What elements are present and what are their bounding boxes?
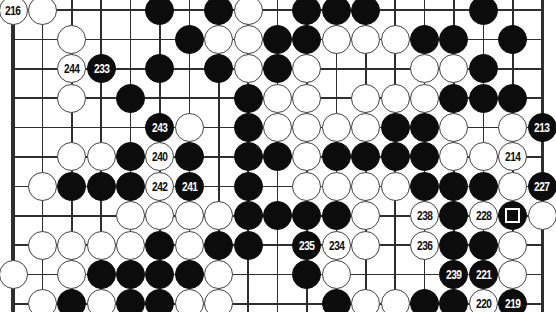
- board-point[interactable]: [0, 289, 28, 312]
- white-stone[interactable]: [204, 289, 233, 312]
- black-stone[interactable]: [263, 54, 292, 83]
- board-point[interactable]: [380, 142, 409, 171]
- white-stone[interactable]: [351, 231, 380, 260]
- board-point[interactable]: [292, 113, 321, 142]
- white-stone[interactable]: [351, 201, 380, 230]
- black-stone[interactable]: [439, 201, 468, 230]
- board-point[interactable]: [175, 83, 204, 112]
- white-stone[interactable]: [528, 201, 556, 230]
- board-point[interactable]: [116, 142, 145, 171]
- white-stone[interactable]: [351, 172, 380, 201]
- board-point[interactable]: [410, 289, 439, 312]
- board-point[interactable]: [439, 0, 468, 25]
- white-stone[interactable]: [57, 25, 86, 54]
- black-stone[interactable]: [87, 172, 116, 201]
- board-point[interactable]: [322, 0, 351, 25]
- white-stone[interactable]: [498, 172, 527, 201]
- white-stone[interactable]: 244: [57, 54, 86, 83]
- board-point[interactable]: [28, 230, 57, 259]
- board-point[interactable]: [380, 25, 409, 54]
- board-point[interactable]: [498, 25, 527, 54]
- board-point[interactable]: [86, 113, 115, 142]
- board-point[interactable]: 221: [469, 260, 498, 289]
- board-point[interactable]: [57, 83, 86, 112]
- board-point[interactable]: [116, 113, 145, 142]
- white-stone[interactable]: [322, 172, 351, 201]
- white-stone[interactable]: [351, 113, 380, 142]
- board-point[interactable]: [380, 0, 409, 25]
- board-point[interactable]: [204, 289, 233, 312]
- black-stone[interactable]: 213: [528, 113, 556, 142]
- board-point[interactable]: [0, 230, 28, 259]
- black-stone[interactable]: [116, 84, 145, 113]
- black-stone[interactable]: [410, 172, 439, 201]
- board-point[interactable]: [322, 113, 351, 142]
- black-stone[interactable]: [204, 54, 233, 83]
- black-stone[interactable]: [469, 0, 498, 25]
- board-point[interactable]: [86, 142, 115, 171]
- board-point[interactable]: [410, 83, 439, 112]
- white-stone[interactable]: [498, 113, 527, 142]
- board-point[interactable]: [498, 172, 527, 201]
- white-stone[interactable]: [57, 231, 86, 260]
- white-stone[interactable]: [87, 231, 116, 260]
- board-point[interactable]: [116, 201, 145, 230]
- board-point[interactable]: [86, 83, 115, 112]
- board-point[interactable]: [527, 201, 556, 230]
- board-point[interactable]: 220: [469, 289, 498, 312]
- board-point[interactable]: [204, 0, 233, 25]
- board-point[interactable]: [292, 289, 321, 312]
- board-point[interactable]: [439, 142, 468, 171]
- black-stone[interactable]: [410, 142, 439, 171]
- board-point[interactable]: [204, 172, 233, 201]
- black-stone[interactable]: [263, 142, 292, 171]
- white-stone[interactable]: [116, 231, 145, 260]
- white-stone[interactable]: 234: [322, 231, 351, 260]
- black-stone[interactable]: [87, 260, 116, 289]
- board-point[interactable]: [322, 25, 351, 54]
- board-point[interactable]: [175, 0, 204, 25]
- board-point[interactable]: [86, 25, 115, 54]
- board-point[interactable]: [0, 83, 28, 112]
- board-point[interactable]: [145, 260, 174, 289]
- board-point[interactable]: [233, 83, 262, 112]
- board-point[interactable]: [380, 289, 409, 312]
- board-point[interactable]: [233, 25, 262, 54]
- black-stone[interactable]: [116, 260, 145, 289]
- board-point[interactable]: [469, 113, 498, 142]
- board-point[interactable]: [86, 230, 115, 259]
- white-stone[interactable]: [0, 260, 28, 289]
- white-stone[interactable]: [381, 84, 410, 113]
- board-point[interactable]: [469, 172, 498, 201]
- board-point[interactable]: [0, 54, 28, 83]
- board-point[interactable]: [57, 25, 86, 54]
- white-stone[interactable]: 214: [498, 142, 527, 171]
- black-stone[interactable]: [292, 25, 321, 54]
- board-point[interactable]: [0, 25, 28, 54]
- board-point[interactable]: [469, 25, 498, 54]
- black-stone[interactable]: [498, 84, 527, 113]
- black-stone[interactable]: [469, 54, 498, 83]
- board-point[interactable]: [292, 83, 321, 112]
- board-point[interactable]: [116, 172, 145, 201]
- board-point[interactable]: [498, 201, 527, 230]
- board-point[interactable]: [28, 289, 57, 312]
- black-stone[interactable]: [204, 0, 233, 25]
- board-point[interactable]: [351, 172, 380, 201]
- board-point[interactable]: [498, 260, 527, 289]
- board-point[interactable]: [322, 54, 351, 83]
- white-stone[interactable]: [234, 54, 263, 83]
- white-stone[interactable]: 236: [410, 231, 439, 260]
- board-point[interactable]: 241: [175, 172, 204, 201]
- white-stone[interactable]: [57, 142, 86, 171]
- board-point[interactable]: [86, 0, 115, 25]
- board-point[interactable]: [292, 172, 321, 201]
- board-point[interactable]: [410, 172, 439, 201]
- black-stone[interactable]: [57, 172, 86, 201]
- board-point[interactable]: [116, 260, 145, 289]
- board-point[interactable]: [439, 172, 468, 201]
- black-stone[interactable]: [57, 289, 86, 312]
- black-stone[interactable]: [469, 231, 498, 260]
- board-point[interactable]: [116, 83, 145, 112]
- white-stone[interactable]: [292, 54, 321, 83]
- board-point[interactable]: 238: [410, 201, 439, 230]
- board-point[interactable]: [322, 201, 351, 230]
- board-point[interactable]: [116, 0, 145, 25]
- board-point[interactable]: [57, 172, 86, 201]
- board-point[interactable]: [204, 230, 233, 259]
- board-point[interactable]: 239: [439, 260, 468, 289]
- white-stone[interactable]: [292, 113, 321, 142]
- black-stone[interactable]: [351, 0, 380, 25]
- board-point[interactable]: [57, 142, 86, 171]
- white-stone[interactable]: [204, 25, 233, 54]
- board-point[interactable]: [175, 289, 204, 312]
- board-point[interactable]: [175, 142, 204, 171]
- black-stone[interactable]: [410, 25, 439, 54]
- black-stone[interactable]: [292, 0, 321, 25]
- black-stone[interactable]: [234, 172, 263, 201]
- black-stone[interactable]: [116, 172, 145, 201]
- white-stone[interactable]: [439, 54, 468, 83]
- board-point[interactable]: [380, 260, 409, 289]
- board-point[interactable]: [263, 289, 292, 312]
- board-point[interactable]: [57, 0, 86, 25]
- black-stone[interactable]: 227: [528, 172, 556, 201]
- board-point[interactable]: [527, 83, 556, 112]
- board-point[interactable]: [292, 54, 321, 83]
- board-point[interactable]: [292, 260, 321, 289]
- black-stone[interactable]: [322, 142, 351, 171]
- black-stone[interactable]: [175, 142, 204, 171]
- board-point[interactable]: [116, 289, 145, 312]
- board-point[interactable]: [175, 260, 204, 289]
- board-point[interactable]: [351, 289, 380, 312]
- board-point[interactable]: [86, 201, 115, 230]
- board-point[interactable]: [86, 172, 115, 201]
- board-point[interactable]: [57, 201, 86, 230]
- board-point[interactable]: 235: [292, 230, 321, 259]
- board-point[interactable]: [233, 113, 262, 142]
- board-point[interactable]: [380, 83, 409, 112]
- board-point[interactable]: [57, 230, 86, 259]
- black-stone[interactable]: 219: [498, 289, 527, 312]
- black-stone[interactable]: [351, 142, 380, 171]
- board-point[interactable]: [204, 25, 233, 54]
- black-stone[interactable]: [234, 231, 263, 260]
- board-point[interactable]: [351, 201, 380, 230]
- white-stone[interactable]: [28, 172, 57, 201]
- board-point[interactable]: [175, 54, 204, 83]
- board-point[interactable]: [204, 83, 233, 112]
- white-stone[interactable]: [87, 289, 116, 312]
- black-stone[interactable]: [116, 142, 145, 171]
- board-point[interactable]: [439, 113, 468, 142]
- board-point[interactable]: 236: [410, 230, 439, 259]
- board-point[interactable]: [322, 289, 351, 312]
- board-point[interactable]: [145, 0, 174, 25]
- black-stone[interactable]: [145, 54, 174, 83]
- board-point[interactable]: [410, 0, 439, 25]
- board-point[interactable]: [263, 113, 292, 142]
- board-point[interactable]: [410, 260, 439, 289]
- board-point[interactable]: [439, 230, 468, 259]
- board-point[interactable]: [263, 142, 292, 171]
- white-stone[interactable]: [498, 231, 527, 260]
- board-point[interactable]: [498, 113, 527, 142]
- board-point[interactable]: [527, 54, 556, 83]
- white-stone[interactable]: 238: [410, 201, 439, 230]
- black-stone[interactable]: [292, 260, 321, 289]
- white-stone[interactable]: [322, 25, 351, 54]
- board-point[interactable]: 219: [498, 289, 527, 312]
- black-stone[interactable]: [234, 201, 263, 230]
- black-stone[interactable]: [145, 289, 174, 312]
- white-stone[interactable]: [57, 260, 86, 289]
- board-point[interactable]: 242: [145, 172, 174, 201]
- board-point[interactable]: [527, 0, 556, 25]
- board-point[interactable]: [263, 0, 292, 25]
- board-point[interactable]: [145, 230, 174, 259]
- board-point[interactable]: [351, 260, 380, 289]
- board-point[interactable]: [263, 83, 292, 112]
- white-stone[interactable]: [175, 201, 204, 230]
- board-point[interactable]: [28, 113, 57, 142]
- board-point[interactable]: [175, 230, 204, 259]
- board-point[interactable]: [175, 113, 204, 142]
- black-stone[interactable]: 241: [175, 172, 204, 201]
- white-stone[interactable]: [351, 25, 380, 54]
- black-stone[interactable]: [410, 289, 439, 312]
- board-point[interactable]: [263, 54, 292, 83]
- board-point[interactable]: 228: [469, 201, 498, 230]
- board-point[interactable]: [322, 83, 351, 112]
- board-point[interactable]: [527, 25, 556, 54]
- board-point[interactable]: 213: [527, 113, 556, 142]
- black-stone[interactable]: [145, 231, 174, 260]
- board-point[interactable]: [57, 289, 86, 312]
- board-point[interactable]: 243: [145, 113, 174, 142]
- black-stone[interactable]: [175, 25, 204, 54]
- white-stone[interactable]: [263, 113, 292, 142]
- black-stone[interactable]: 243: [145, 113, 174, 142]
- board-point[interactable]: [351, 0, 380, 25]
- board-point[interactable]: [204, 142, 233, 171]
- white-stone[interactable]: 220: [469, 289, 498, 312]
- black-stone[interactable]: [439, 25, 468, 54]
- board-point[interactable]: [145, 25, 174, 54]
- board-point[interactable]: [410, 25, 439, 54]
- board-point[interactable]: [57, 113, 86, 142]
- white-stone[interactable]: [322, 113, 351, 142]
- board-point[interactable]: [0, 201, 28, 230]
- white-stone[interactable]: [28, 289, 57, 312]
- board-point[interactable]: [527, 260, 556, 289]
- white-stone[interactable]: [87, 142, 116, 171]
- board-point[interactable]: [116, 25, 145, 54]
- board-point[interactable]: [28, 0, 57, 25]
- board-point[interactable]: [380, 54, 409, 83]
- black-stone[interactable]: [263, 25, 292, 54]
- black-stone[interactable]: [439, 289, 468, 312]
- white-stone[interactable]: [175, 113, 204, 142]
- black-stone[interactable]: [410, 113, 439, 142]
- white-stone[interactable]: [145, 201, 174, 230]
- board-point[interactable]: [86, 260, 115, 289]
- white-stone[interactable]: [439, 113, 468, 142]
- board-point[interactable]: [116, 54, 145, 83]
- board-point[interactable]: [204, 201, 233, 230]
- white-stone[interactable]: [263, 84, 292, 113]
- black-stone[interactable]: 233: [87, 54, 116, 83]
- white-stone[interactable]: [292, 84, 321, 113]
- white-stone[interactable]: [410, 84, 439, 113]
- board-point[interactable]: [351, 230, 380, 259]
- board-point[interactable]: [380, 201, 409, 230]
- black-stone[interactable]: [381, 142, 410, 171]
- board-point[interactable]: [292, 0, 321, 25]
- white-stone[interactable]: [381, 25, 410, 54]
- white-stone[interactable]: [322, 260, 351, 289]
- black-stone[interactable]: [439, 172, 468, 201]
- black-stone[interactable]: [439, 231, 468, 260]
- board-point[interactable]: [322, 142, 351, 171]
- board-point[interactable]: [57, 260, 86, 289]
- board-point[interactable]: [439, 201, 468, 230]
- board-point[interactable]: 244: [57, 54, 86, 83]
- white-stone[interactable]: [292, 142, 321, 171]
- white-stone[interactable]: [351, 84, 380, 113]
- white-stone[interactable]: [204, 201, 233, 230]
- board-point[interactable]: [351, 54, 380, 83]
- board-point[interactable]: [233, 0, 262, 25]
- board-point[interactable]: 214: [498, 142, 527, 171]
- board-point[interactable]: [263, 230, 292, 259]
- board-point[interactable]: [469, 230, 498, 259]
- board-point[interactable]: [175, 25, 204, 54]
- white-stone[interactable]: [381, 172, 410, 201]
- board-point[interactable]: 233: [86, 54, 115, 83]
- board-point[interactable]: [145, 289, 174, 312]
- board-point[interactable]: 216: [0, 0, 28, 25]
- board-point[interactable]: [28, 25, 57, 54]
- board-point[interactable]: [0, 172, 28, 201]
- board-point[interactable]: [527, 230, 556, 259]
- board-point[interactable]: [28, 54, 57, 83]
- black-stone[interactable]: [439, 84, 468, 113]
- board-point[interactable]: [145, 54, 174, 83]
- board-point[interactable]: [0, 113, 28, 142]
- board-point[interactable]: [28, 201, 57, 230]
- board-point[interactable]: [322, 172, 351, 201]
- board-point[interactable]: [498, 83, 527, 112]
- board-point[interactable]: [410, 142, 439, 171]
- black-stone[interactable]: [204, 231, 233, 260]
- black-stone[interactable]: [234, 84, 263, 113]
- board-point[interactable]: [410, 54, 439, 83]
- board-point[interactable]: [439, 54, 468, 83]
- board-point[interactable]: [439, 25, 468, 54]
- black-stone[interactable]: [234, 113, 263, 142]
- board-point[interactable]: 227: [527, 172, 556, 201]
- board-point[interactable]: [204, 113, 233, 142]
- board-point[interactable]: [351, 83, 380, 112]
- white-stone[interactable]: [28, 0, 57, 25]
- white-stone[interactable]: [498, 260, 527, 289]
- board-point[interactable]: [439, 289, 468, 312]
- black-stone[interactable]: [175, 260, 204, 289]
- board-point[interactable]: [233, 172, 262, 201]
- black-stone[interactable]: [381, 113, 410, 142]
- board-point[interactable]: [527, 289, 556, 312]
- board-point[interactable]: [380, 172, 409, 201]
- white-stone[interactable]: 216: [0, 0, 28, 25]
- black-stone[interactable]: 235: [292, 231, 321, 260]
- board-point[interactable]: [116, 230, 145, 259]
- board-point[interactable]: 234: [322, 230, 351, 259]
- white-stone[interactable]: [175, 289, 204, 312]
- white-stone[interactable]: [234, 0, 263, 25]
- board-point[interactable]: [469, 0, 498, 25]
- board-point[interactable]: 240: [145, 142, 174, 171]
- white-stone[interactable]: [410, 54, 439, 83]
- white-stone[interactable]: [292, 172, 321, 201]
- white-stone[interactable]: [175, 231, 204, 260]
- board-point[interactable]: [292, 25, 321, 54]
- board-point[interactable]: [263, 25, 292, 54]
- white-stone[interactable]: [28, 231, 57, 260]
- black-stone[interactable]: [263, 201, 292, 230]
- black-stone[interactable]: [498, 201, 527, 230]
- board-point[interactable]: [439, 83, 468, 112]
- board-point[interactable]: [145, 83, 174, 112]
- black-stone[interactable]: [145, 0, 174, 25]
- board-point[interactable]: [322, 260, 351, 289]
- black-stone[interactable]: [234, 142, 263, 171]
- board-point[interactable]: [380, 113, 409, 142]
- board-point[interactable]: [175, 201, 204, 230]
- board-point[interactable]: [233, 54, 262, 83]
- white-stone[interactable]: [469, 142, 498, 171]
- board-point[interactable]: [469, 142, 498, 171]
- white-stone[interactable]: [439, 142, 468, 171]
- board-point[interactable]: [233, 260, 262, 289]
- board-point[interactable]: [292, 142, 321, 171]
